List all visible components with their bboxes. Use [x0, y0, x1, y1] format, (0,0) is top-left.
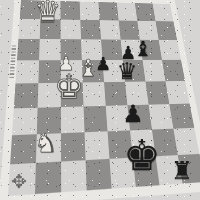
- white-king-c4[interactable]: ♚: [54, 70, 84, 103]
- square-c7[interactable]: [61, 132, 86, 161]
- square-h1[interactable]: [153, 4, 174, 22]
- black-queen-f3[interactable]: ♛: [117, 60, 138, 83]
- square-c1[interactable]: [60, 1, 80, 20]
- square-h7[interactable]: [173, 128, 199, 155]
- white-knight-b7[interactable]: ♞: [34, 130, 57, 156]
- square-c6[interactable]: [61, 106, 85, 133]
- square-h6[interactable]: [169, 104, 194, 129]
- square-a3[interactable]: [17, 39, 40, 61]
- square-b8[interactable]: [35, 162, 61, 195]
- square-e1[interactable]: [98, 2, 118, 20]
- square-d1[interactable]: [80, 2, 100, 21]
- chessboard-photo: ✥ ♛♟♚♝♞♟♟♝♛♟♚♜: [0, 0, 200, 200]
- square-c8[interactable]: [61, 160, 87, 192]
- black-pawn-f6[interactable]: ♟: [122, 102, 144, 126]
- square-h3[interactable]: [159, 40, 181, 60]
- black-rook-h8[interactable]: ♜: [171, 158, 193, 183]
- square-d7[interactable]: [85, 131, 110, 160]
- board-edge-branding: [9, 46, 16, 80]
- square-c2[interactable]: [61, 19, 82, 39]
- square-d2[interactable]: [80, 20, 101, 40]
- square-h2[interactable]: [156, 21, 178, 40]
- square-d6[interactable]: [84, 106, 108, 132]
- square-e2[interactable]: [100, 20, 121, 39]
- square-h5[interactable]: [166, 81, 190, 104]
- square-d8[interactable]: [86, 159, 112, 191]
- square-a4[interactable]: [15, 60, 39, 83]
- square-d5[interactable]: [83, 82, 106, 106]
- square-a8[interactable]: [8, 163, 36, 196]
- square-a5[interactable]: [14, 83, 39, 108]
- square-a7[interactable]: [10, 134, 37, 164]
- white-queen-b1[interactable]: ♛: [35, 0, 62, 27]
- black-bishop-g2[interactable]: ♝: [134, 39, 153, 60]
- black-king-f8[interactable]: ♚: [123, 135, 161, 177]
- square-h4[interactable]: [162, 60, 185, 81]
